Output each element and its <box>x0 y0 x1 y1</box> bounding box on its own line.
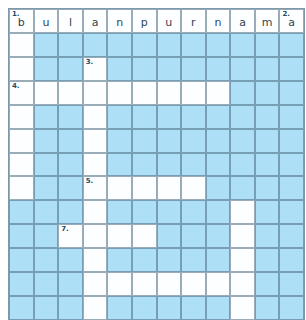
blocked-cell <box>157 153 182 177</box>
clue-number: 3. <box>86 59 94 66</box>
blocked-cell <box>255 81 280 105</box>
answer-cell[interactable]: l <box>58 9 83 33</box>
blocked-cell <box>181 200 206 224</box>
answer-cell[interactable] <box>9 105 34 129</box>
blocked-cell <box>107 296 132 320</box>
blocked-cell <box>181 296 206 320</box>
cell-letter: a <box>288 17 295 28</box>
blocked-cell <box>107 33 132 57</box>
answer-cell[interactable]: u <box>34 9 59 33</box>
answer-cell[interactable] <box>157 272 182 296</box>
blocked-cell <box>157 57 182 81</box>
blocked-cell <box>58 129 83 153</box>
answer-cell[interactable] <box>181 272 206 296</box>
blocked-cell <box>157 105 182 129</box>
blocked-cell <box>279 272 304 296</box>
blocked-cell <box>206 105 231 129</box>
blocked-cell <box>58 296 83 320</box>
blocked-cell <box>34 224 59 248</box>
cell-letter: l <box>69 17 72 28</box>
blocked-cell <box>157 200 182 224</box>
blocked-cell <box>279 200 304 224</box>
cell-letter: p <box>141 17 148 28</box>
answer-cell[interactable]: a <box>230 9 255 33</box>
blocked-cell <box>230 81 255 105</box>
cell-letter: a <box>239 17 246 28</box>
blocked-cell <box>132 153 157 177</box>
blocked-cell <box>83 33 108 57</box>
answer-cell[interactable]: a <box>83 9 108 33</box>
blocked-cell <box>279 153 304 177</box>
blocked-cell <box>206 248 231 272</box>
answer-cell[interactable] <box>9 129 34 153</box>
blocked-cell <box>58 176 83 200</box>
answer-cell[interactable]: 5. <box>83 176 108 200</box>
blocked-cell <box>255 153 280 177</box>
answer-cell[interactable] <box>132 272 157 296</box>
blocked-cell <box>255 33 280 57</box>
answer-cell[interactable] <box>83 105 108 129</box>
answer-cell[interactable] <box>107 176 132 200</box>
blocked-cell <box>279 105 304 129</box>
blocked-cell <box>132 33 157 57</box>
cell-letter: n <box>214 17 221 28</box>
answer-cell[interactable]: u <box>157 9 182 33</box>
answer-cell[interactable]: p <box>132 9 157 33</box>
blocked-cell <box>255 57 280 81</box>
blocked-cell <box>107 200 132 224</box>
answer-cell[interactable] <box>107 81 132 105</box>
answer-cell[interactable]: n <box>107 9 132 33</box>
answer-cell[interactable]: m <box>255 9 280 33</box>
answer-cell[interactable] <box>230 224 255 248</box>
answer-cell[interactable] <box>9 176 34 200</box>
blocked-cell <box>181 105 206 129</box>
answer-cell[interactable] <box>9 33 34 57</box>
answer-cell[interactable] <box>132 81 157 105</box>
blocked-cell <box>206 153 231 177</box>
blocked-cell <box>279 129 304 153</box>
blocked-cell <box>107 153 132 177</box>
blocked-cell <box>279 296 304 320</box>
blocked-cell <box>206 57 231 81</box>
blocked-cell <box>279 33 304 57</box>
blocked-cell <box>279 176 304 200</box>
blocked-cell <box>58 57 83 81</box>
answer-cell[interactable] <box>83 272 108 296</box>
blocked-cell <box>181 248 206 272</box>
blocked-cell <box>181 129 206 153</box>
cell-letter: m <box>262 17 273 28</box>
blocked-cell <box>206 200 231 224</box>
answer-cell[interactable] <box>206 272 231 296</box>
blocked-cell <box>34 33 59 57</box>
crossword-board[interactable]: 1.bulanpurnam2.a3.4.5.7. <box>8 8 305 320</box>
answer-cell[interactable] <box>83 81 108 105</box>
answer-cell[interactable]: 3. <box>83 57 108 81</box>
blocked-cell <box>34 57 59 81</box>
cell-letter: n <box>116 17 123 28</box>
blocked-cell <box>255 129 280 153</box>
blocked-cell <box>206 296 231 320</box>
blocked-cell <box>58 200 83 224</box>
blocked-cell <box>58 272 83 296</box>
answer-cell[interactable] <box>181 176 206 200</box>
cell-letter: u <box>165 17 172 28</box>
answer-cell[interactable]: r <box>181 9 206 33</box>
blocked-cell <box>206 224 231 248</box>
blocked-cell <box>279 224 304 248</box>
answer-cell[interactable]: 4. <box>9 81 34 105</box>
answer-cell[interactable] <box>107 224 132 248</box>
clue-number: 2. <box>282 11 290 18</box>
blocked-cell <box>255 176 280 200</box>
blocked-cell <box>230 105 255 129</box>
blocked-cell <box>34 272 59 296</box>
answer-cell[interactable] <box>132 224 157 248</box>
clue-number: 7. <box>61 226 69 233</box>
blocked-cell <box>255 224 280 248</box>
blocked-cell <box>34 153 59 177</box>
blocked-cell <box>206 33 231 57</box>
answer-cell[interactable] <box>206 81 231 105</box>
blocked-cell <box>230 176 255 200</box>
answer-cell[interactable] <box>58 81 83 105</box>
answer-cell[interactable] <box>34 81 59 105</box>
answer-cell[interactable] <box>107 272 132 296</box>
blocked-cell <box>58 105 83 129</box>
blocked-cell <box>230 57 255 81</box>
answer-cell[interactable] <box>132 176 157 200</box>
answer-cell[interactable] <box>9 57 34 81</box>
blocked-cell <box>157 129 182 153</box>
answer-cell[interactable] <box>83 248 108 272</box>
answer-cell[interactable]: 7. <box>58 224 83 248</box>
blocked-cell <box>34 200 59 224</box>
blocked-cell <box>279 81 304 105</box>
blocked-cell <box>255 296 280 320</box>
clue-number: 5. <box>86 178 94 185</box>
blocked-cell <box>107 57 132 81</box>
blocked-cell <box>230 33 255 57</box>
answer-cell[interactable]: n <box>206 9 231 33</box>
blocked-cell <box>34 296 59 320</box>
answer-cell[interactable] <box>181 81 206 105</box>
blocked-cell <box>9 200 34 224</box>
answer-cell[interactable] <box>157 176 182 200</box>
blocked-cell <box>279 57 304 81</box>
answer-cell[interactable]: 2.a <box>279 9 304 33</box>
answer-cell[interactable] <box>230 296 255 320</box>
answer-cell[interactable] <box>83 224 108 248</box>
answer-cell[interactable] <box>9 153 34 177</box>
blocked-cell <box>255 200 280 224</box>
answer-cell[interactable] <box>83 200 108 224</box>
cell-letter: u <box>42 17 49 28</box>
clue-number: 4. <box>12 83 20 90</box>
blocked-cell <box>107 105 132 129</box>
answer-cell[interactable] <box>83 129 108 153</box>
blocked-cell <box>230 129 255 153</box>
blocked-cell <box>255 105 280 129</box>
blocked-cell <box>132 129 157 153</box>
blocked-cell <box>58 33 83 57</box>
blocked-cell <box>34 129 59 153</box>
blocked-cell <box>107 248 132 272</box>
blocked-cell <box>58 248 83 272</box>
blocked-cell <box>107 129 132 153</box>
blocked-cell <box>206 129 231 153</box>
blocked-cell <box>181 224 206 248</box>
blocked-cell <box>9 272 34 296</box>
blocked-cell <box>157 248 182 272</box>
blocked-cell <box>9 296 34 320</box>
blocked-cell <box>9 248 34 272</box>
blocked-cell <box>255 248 280 272</box>
cell-letter: b <box>18 17 25 28</box>
blocked-cell <box>181 57 206 81</box>
blocked-cell <box>132 57 157 81</box>
blocked-cell <box>181 153 206 177</box>
blocked-cell <box>34 105 59 129</box>
answer-cell[interactable] <box>230 248 255 272</box>
blocked-cell <box>132 248 157 272</box>
cell-letter: r <box>191 17 196 28</box>
blocked-cell <box>157 296 182 320</box>
blocked-cell <box>255 272 280 296</box>
blocked-cell <box>279 248 304 272</box>
answer-cell[interactable] <box>83 153 108 177</box>
blocked-cell <box>181 33 206 57</box>
blocked-cell <box>9 224 34 248</box>
blocked-cell <box>157 224 182 248</box>
blocked-cell <box>132 200 157 224</box>
answer-cell[interactable] <box>83 296 108 320</box>
cell-letter: a <box>92 17 99 28</box>
blocked-cell <box>34 176 59 200</box>
blocked-cell <box>58 153 83 177</box>
clue-number: 1. <box>12 11 20 18</box>
blocked-cell <box>157 33 182 57</box>
answer-cell[interactable] <box>157 81 182 105</box>
blocked-cell <box>132 296 157 320</box>
blocked-cell <box>34 248 59 272</box>
blocked-cell <box>206 176 231 200</box>
answer-cell[interactable] <box>230 200 255 224</box>
blocked-cell <box>230 153 255 177</box>
answer-cell[interactable]: 1.b <box>9 9 34 33</box>
blocked-cell <box>132 105 157 129</box>
answer-cell[interactable] <box>230 272 255 296</box>
